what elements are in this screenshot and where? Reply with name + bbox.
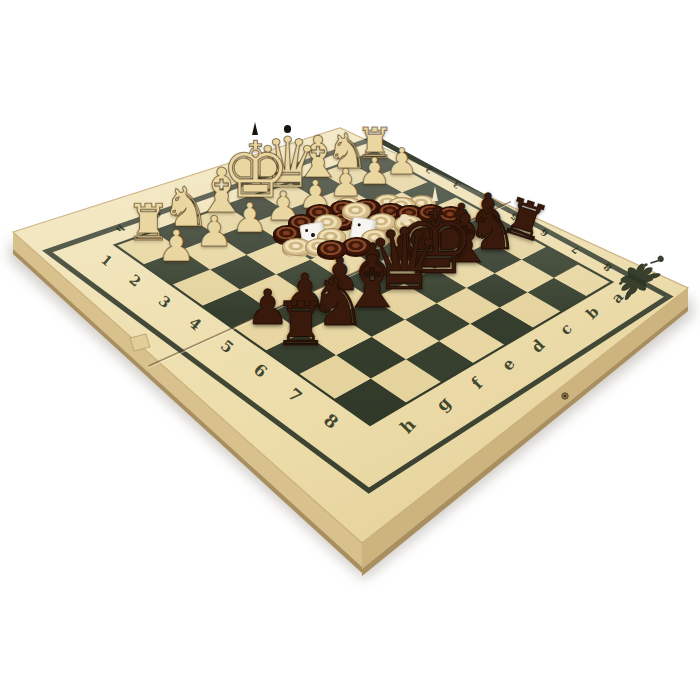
piece-white-pawn-h2[interactable]: ♟ (148, 225, 204, 268)
clasp-screw-center (564, 395, 566, 397)
board-photo-scene: 1122334455667788aabbccddeeffgghh ♜♞♝♛♚♝♞… (0, 0, 700, 700)
piece-dark-rook-h6[interactable]: ♜ (261, 294, 339, 354)
board-svg: 1122334455667788aabbccddeeffgghh (0, 0, 700, 700)
die-1-pip-1 (304, 228, 308, 232)
die-1-pip-2 (311, 233, 315, 237)
